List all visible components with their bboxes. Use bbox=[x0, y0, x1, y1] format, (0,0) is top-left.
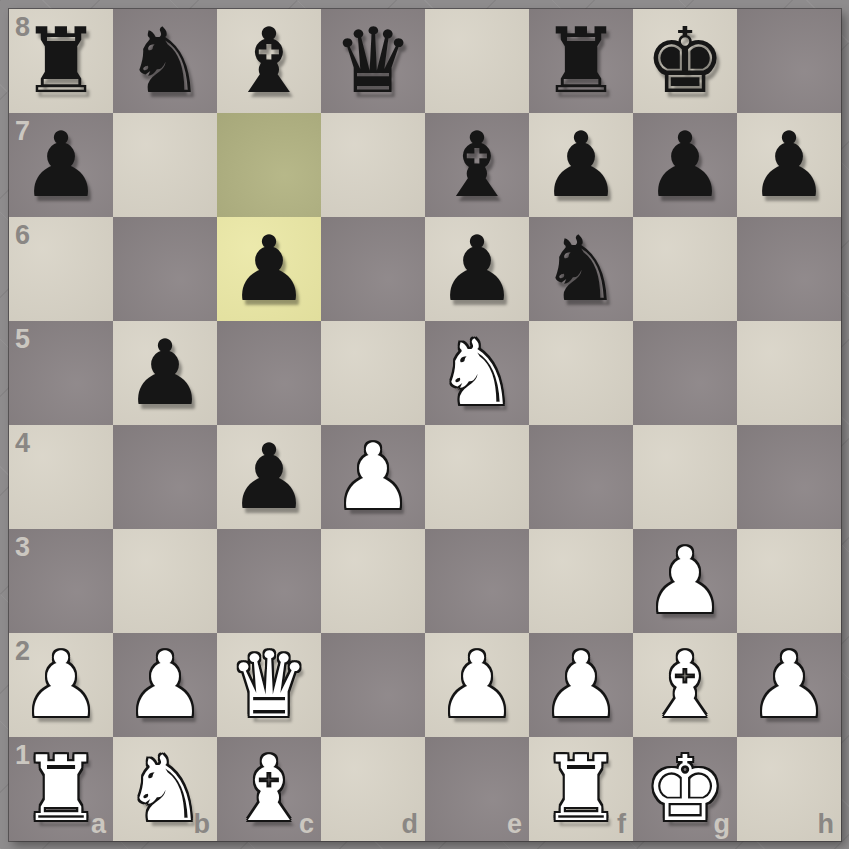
piece-white-pawn-g3[interactable]: ♟ bbox=[645, 529, 726, 633]
piece-white-queen-c2[interactable]: ♛ bbox=[229, 633, 310, 737]
piece-black-pawn-c4[interactable]: ♟ bbox=[229, 425, 310, 529]
square-f3[interactable] bbox=[529, 529, 633, 633]
file-label-e: e bbox=[507, 811, 522, 838]
square-a7[interactable]: 7♟ bbox=[9, 113, 113, 217]
square-g8[interactable]: ♚ bbox=[633, 9, 737, 113]
square-b8[interactable]: ♞ bbox=[113, 9, 217, 113]
file-label-d: d bbox=[402, 811, 419, 838]
square-f6[interactable]: ♞ bbox=[529, 217, 633, 321]
piece-black-pawn-e6[interactable]: ♟ bbox=[437, 217, 518, 321]
piece-white-pawn-a2[interactable]: ♟ bbox=[21, 633, 102, 737]
piece-black-rook-f8[interactable]: ♜ bbox=[541, 9, 622, 113]
square-a6[interactable]: 6 bbox=[9, 217, 113, 321]
square-f8[interactable]: ♜ bbox=[529, 9, 633, 113]
square-d2[interactable] bbox=[321, 633, 425, 737]
square-b2[interactable]: ♟ bbox=[113, 633, 217, 737]
square-e2[interactable]: ♟ bbox=[425, 633, 529, 737]
square-d5[interactable] bbox=[321, 321, 425, 425]
piece-black-pawn-h7[interactable]: ♟ bbox=[749, 113, 830, 217]
piece-black-pawn-c6[interactable]: ♟ bbox=[229, 217, 310, 321]
piece-black-queen-d8[interactable]: ♛ bbox=[333, 9, 414, 113]
rank-label-6: 6 bbox=[15, 222, 30, 249]
square-g4[interactable] bbox=[633, 425, 737, 529]
square-f5[interactable] bbox=[529, 321, 633, 425]
piece-black-king-g8[interactable]: ♚ bbox=[645, 9, 726, 113]
piece-white-pawn-e2[interactable]: ♟ bbox=[437, 633, 518, 737]
piece-white-bishop-c1[interactable]: ♝ bbox=[229, 737, 310, 841]
square-h1[interactable]: h bbox=[737, 737, 841, 841]
square-a4[interactable]: 4 bbox=[9, 425, 113, 529]
square-e7[interactable]: ♝ bbox=[425, 113, 529, 217]
square-f7[interactable]: ♟ bbox=[529, 113, 633, 217]
square-h8[interactable] bbox=[737, 9, 841, 113]
square-d3[interactable] bbox=[321, 529, 425, 633]
piece-white-knight-b1[interactable]: ♞ bbox=[125, 737, 206, 841]
square-f2[interactable]: ♟ bbox=[529, 633, 633, 737]
piece-black-bishop-e7[interactable]: ♝ bbox=[437, 113, 518, 217]
square-g5[interactable] bbox=[633, 321, 737, 425]
piece-white-bishop-g2[interactable]: ♝ bbox=[645, 633, 726, 737]
square-b5[interactable]: ♟ bbox=[113, 321, 217, 425]
square-c1[interactable]: c♝ bbox=[217, 737, 321, 841]
piece-black-pawn-a7[interactable]: ♟ bbox=[21, 113, 102, 217]
square-c4[interactable]: ♟ bbox=[217, 425, 321, 529]
square-b3[interactable] bbox=[113, 529, 217, 633]
piece-white-king-g1[interactable]: ♚ bbox=[645, 737, 726, 841]
square-g2[interactable]: ♝ bbox=[633, 633, 737, 737]
square-b1[interactable]: b♞ bbox=[113, 737, 217, 841]
square-e8[interactable] bbox=[425, 9, 529, 113]
square-a1[interactable]: 1a♜ bbox=[9, 737, 113, 841]
square-a5[interactable]: 5 bbox=[9, 321, 113, 425]
square-a8[interactable]: 8♜ bbox=[9, 9, 113, 113]
piece-white-rook-a1[interactable]: ♜ bbox=[21, 737, 102, 841]
square-h4[interactable] bbox=[737, 425, 841, 529]
piece-white-pawn-b2[interactable]: ♟ bbox=[125, 633, 206, 737]
square-g7[interactable]: ♟ bbox=[633, 113, 737, 217]
square-g6[interactable] bbox=[633, 217, 737, 321]
piece-black-bishop-c8[interactable]: ♝ bbox=[229, 9, 310, 113]
piece-white-rook-f1[interactable]: ♜ bbox=[541, 737, 622, 841]
piece-black-pawn-g7[interactable]: ♟ bbox=[645, 113, 726, 217]
piece-white-pawn-h2[interactable]: ♟ bbox=[749, 633, 830, 737]
square-h7[interactable]: ♟ bbox=[737, 113, 841, 217]
square-g3[interactable]: ♟ bbox=[633, 529, 737, 633]
file-label-h: h bbox=[818, 811, 835, 838]
square-d4[interactable]: ♟ bbox=[321, 425, 425, 529]
piece-black-knight-f6[interactable]: ♞ bbox=[541, 217, 622, 321]
square-h5[interactable] bbox=[737, 321, 841, 425]
piece-black-rook-a8[interactable]: ♜ bbox=[21, 9, 102, 113]
square-c5[interactable] bbox=[217, 321, 321, 425]
piece-white-pawn-d4[interactable]: ♟ bbox=[333, 425, 414, 529]
square-b6[interactable] bbox=[113, 217, 217, 321]
square-e5[interactable]: ♞ bbox=[425, 321, 529, 425]
square-f4[interactable] bbox=[529, 425, 633, 529]
square-d6[interactable] bbox=[321, 217, 425, 321]
square-c7[interactable] bbox=[217, 113, 321, 217]
square-c8[interactable]: ♝ bbox=[217, 9, 321, 113]
square-c3[interactable] bbox=[217, 529, 321, 633]
rank-label-3: 3 bbox=[15, 534, 30, 561]
piece-black-pawn-b5[interactable]: ♟ bbox=[125, 321, 206, 425]
square-b7[interactable] bbox=[113, 113, 217, 217]
square-e1[interactable]: e bbox=[425, 737, 529, 841]
square-a2[interactable]: 2♟ bbox=[9, 633, 113, 737]
square-c2[interactable]: ♛ bbox=[217, 633, 321, 737]
square-d7[interactable] bbox=[321, 113, 425, 217]
square-d1[interactable]: d bbox=[321, 737, 425, 841]
square-e6[interactable]: ♟ bbox=[425, 217, 529, 321]
piece-white-knight-e5[interactable]: ♞ bbox=[437, 321, 518, 425]
square-e4[interactable] bbox=[425, 425, 529, 529]
square-a3[interactable]: 3 bbox=[9, 529, 113, 633]
rank-label-5: 5 bbox=[15, 326, 30, 353]
square-e3[interactable] bbox=[425, 529, 529, 633]
square-g1[interactable]: g♚ bbox=[633, 737, 737, 841]
chess-board: 8♜♞♝♛♜♚7♟♝♟♟♟6♟♟♞5♟♞4♟♟3♟2♟♟♛♟♟♝♟1a♜b♞c♝… bbox=[9, 9, 841, 841]
square-c6[interactable]: ♟ bbox=[217, 217, 321, 321]
piece-black-knight-b8[interactable]: ♞ bbox=[125, 9, 206, 113]
square-f1[interactable]: f♜ bbox=[529, 737, 633, 841]
piece-white-pawn-f2[interactable]: ♟ bbox=[541, 633, 622, 737]
piece-black-pawn-f7[interactable]: ♟ bbox=[541, 113, 622, 217]
square-d8[interactable]: ♛ bbox=[321, 9, 425, 113]
square-b4[interactable] bbox=[113, 425, 217, 529]
square-h3[interactable] bbox=[737, 529, 841, 633]
square-h6[interactable] bbox=[737, 217, 841, 321]
square-h2[interactable]: ♟ bbox=[737, 633, 841, 737]
rank-label-4: 4 bbox=[15, 430, 30, 457]
